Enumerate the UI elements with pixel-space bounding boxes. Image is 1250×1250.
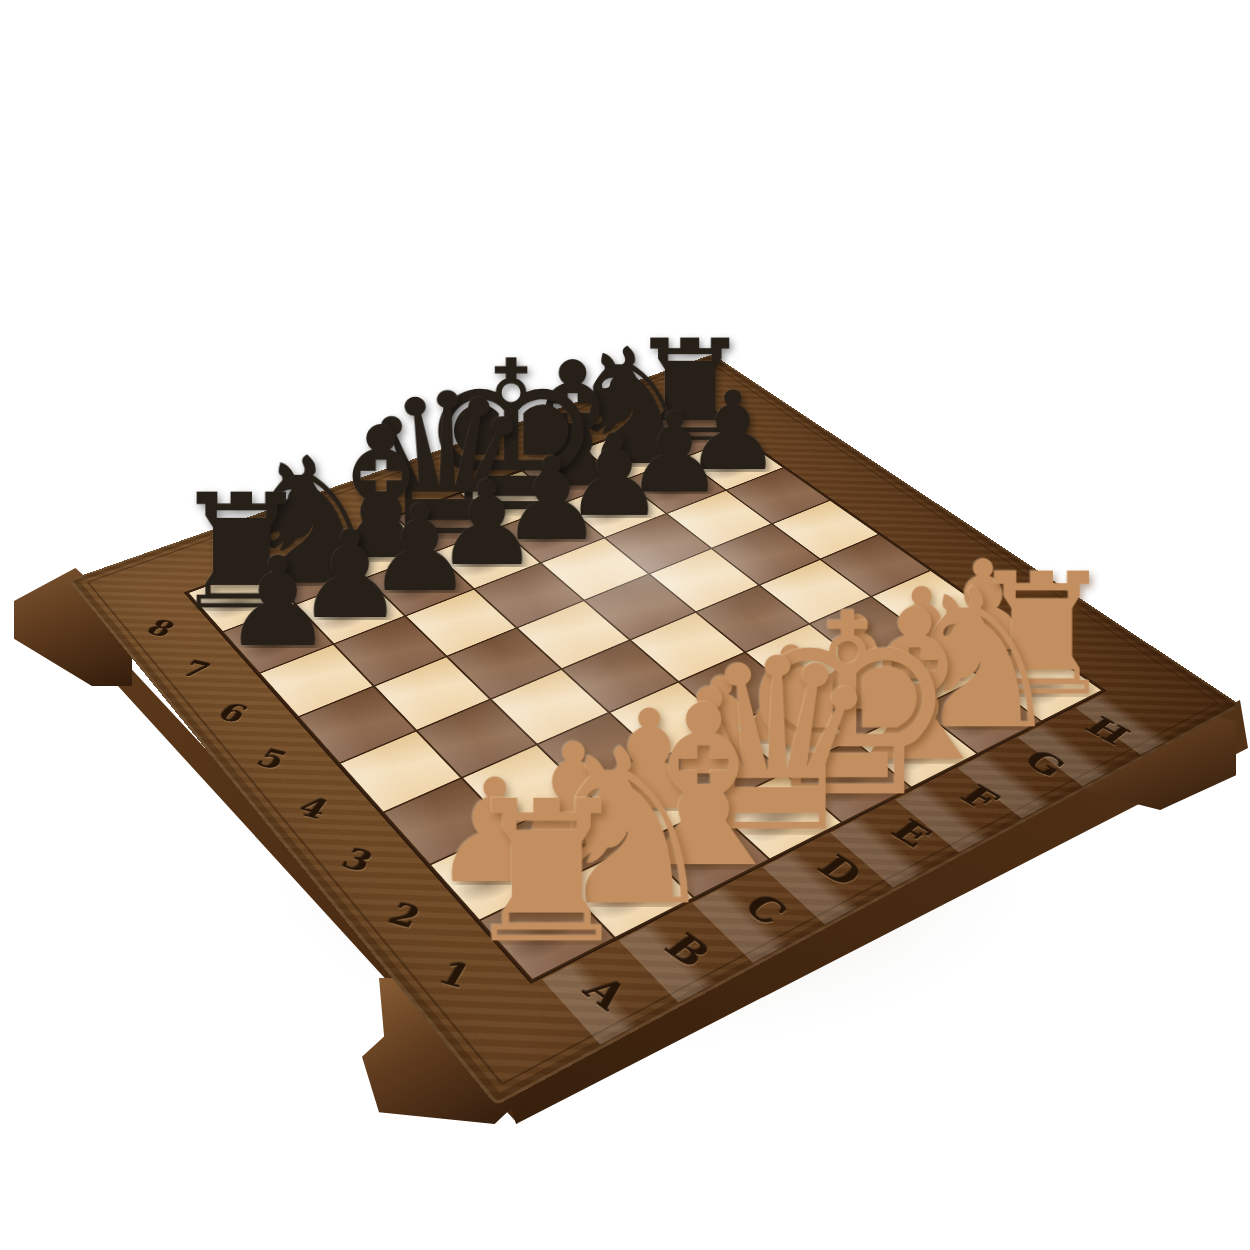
scene: 87654321ABCDEFGH ♜♞♝♛♚♝♞♜♟♟♟♟♟♟♟♟♟♟♟♟♟♟♟… (0, 0, 1250, 1250)
piece-glyph: ♜ (459, 775, 634, 970)
pieces-layer: ♜♞♝♛♚♝♞♜♟♟♟♟♟♟♟♟♟♟♟♟♟♟♟♟♜♞♝♛♚♝♞♜ (69, 354, 1241, 1105)
chess-board: 87654321ABCDEFGH ♜♞♝♛♚♝♞♜♟♟♟♟♟♟♟♟♟♟♟♟♟♟♟… (69, 354, 1241, 1105)
